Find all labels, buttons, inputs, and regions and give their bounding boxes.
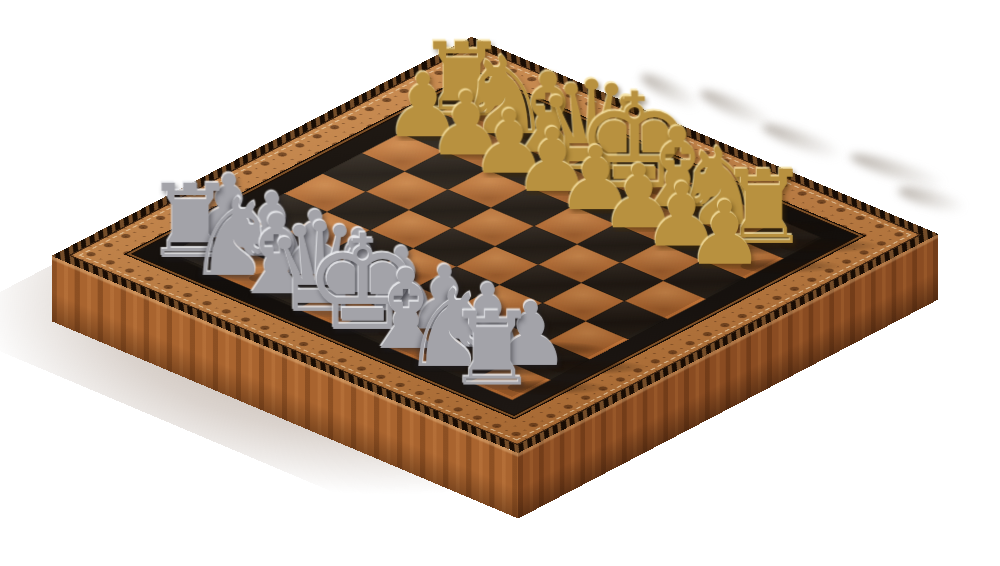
square-h7: ♟ (702, 240, 784, 278)
cast-shadow-streak (896, 182, 968, 216)
black-gold-pawn-h7: ♟ (625, 190, 825, 278)
chess-set-product-photo: ♜♞♝♛♚♝♞♜♟♟♟♟♟♟♟♟♟♟♟♟♟♟♟♟♜♞♝♛♚♝♞♜ (0, 0, 1000, 566)
square-h1: ♜ (469, 362, 551, 400)
